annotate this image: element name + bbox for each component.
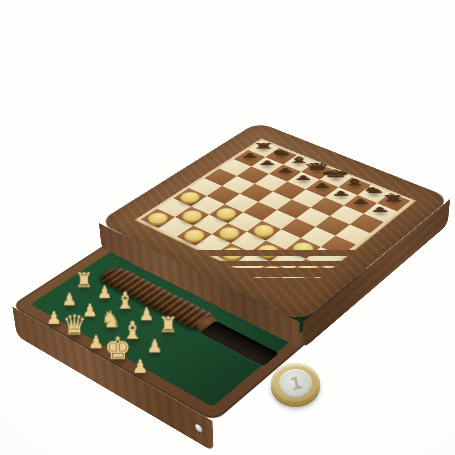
coin-silver-center: 1 [279, 369, 312, 398]
drawer-catch-pin[interactable] [195, 423, 202, 434]
chess-glyph-p: ♟ [258, 160, 277, 166]
chess-glyph-p: ♟ [88, 333, 104, 351]
chess-glyph-p: ♟ [240, 153, 259, 159]
chess-glyph-p: ♟ [62, 291, 77, 308]
chess-glyph-p: ♟ [294, 175, 313, 181]
chess-glyph-r: ♜ [75, 269, 94, 290]
square-d1 [196, 234, 231, 254]
draughts-disc-a1[interactable] [144, 211, 171, 226]
chess-glyph-p: ♟ [146, 338, 162, 356]
chess-glyph-r: ♜ [381, 194, 406, 202]
chess-glyph-n: ♞ [101, 308, 122, 331]
square-d2 [212, 223, 247, 243]
product-photo-scene: ♜♟♝♟♜♟♟♞♝♟♟♛♟♚♟ ♜♞♝♛♚♝♞♜♟♟♟♟♟♟♟♟ 1 [0, 0, 455, 455]
chess-glyph-k: ♚ [104, 333, 132, 364]
chess-box: ♜♟♝♟♜♟♟♞♝♟♟♛♟♚♟ ♜♞♝♛♚♝♞♜♟♟♟♟♟♟♟♟ [97, 122, 451, 323]
square-e1 [215, 243, 251, 264]
chess-glyph-p: ♟ [331, 190, 351, 197]
chess-glyph-p: ♟ [46, 310, 62, 327]
square-b1 [159, 217, 194, 237]
draughts-disc-g3[interactable] [289, 240, 317, 256]
square-g2 [270, 250, 306, 271]
euro-coin: 1 [271, 363, 320, 404]
draughts-disc-d2[interactable] [215, 225, 243, 241]
chess-glyph-p: ♟ [312, 182, 332, 188]
chess-glyph-r: ♜ [158, 313, 178, 335]
chess-glyph-p: ♟ [350, 198, 370, 205]
square-h6 [350, 214, 384, 233]
chess-glyph-p: ♟ [132, 358, 149, 376]
chess-glyph-p: ♟ [276, 167, 295, 173]
coin-numeral: 1 [287, 372, 303, 394]
chess-glyph-p: ♟ [370, 206, 391, 213]
draughts-disc-g1[interactable] [258, 264, 287, 281]
chess-glyph-q: ♛ [62, 312, 87, 340]
square-f1 [234, 252, 270, 273]
square-h5 [336, 224, 370, 244]
square-g1 [254, 261, 290, 283]
square-g5 [316, 216, 350, 236]
draughts-disc-h2[interactable] [294, 261, 323, 278]
chess-glyph-p: ♟ [97, 284, 112, 301]
draughts-disc-a3[interactable] [177, 190, 203, 204]
